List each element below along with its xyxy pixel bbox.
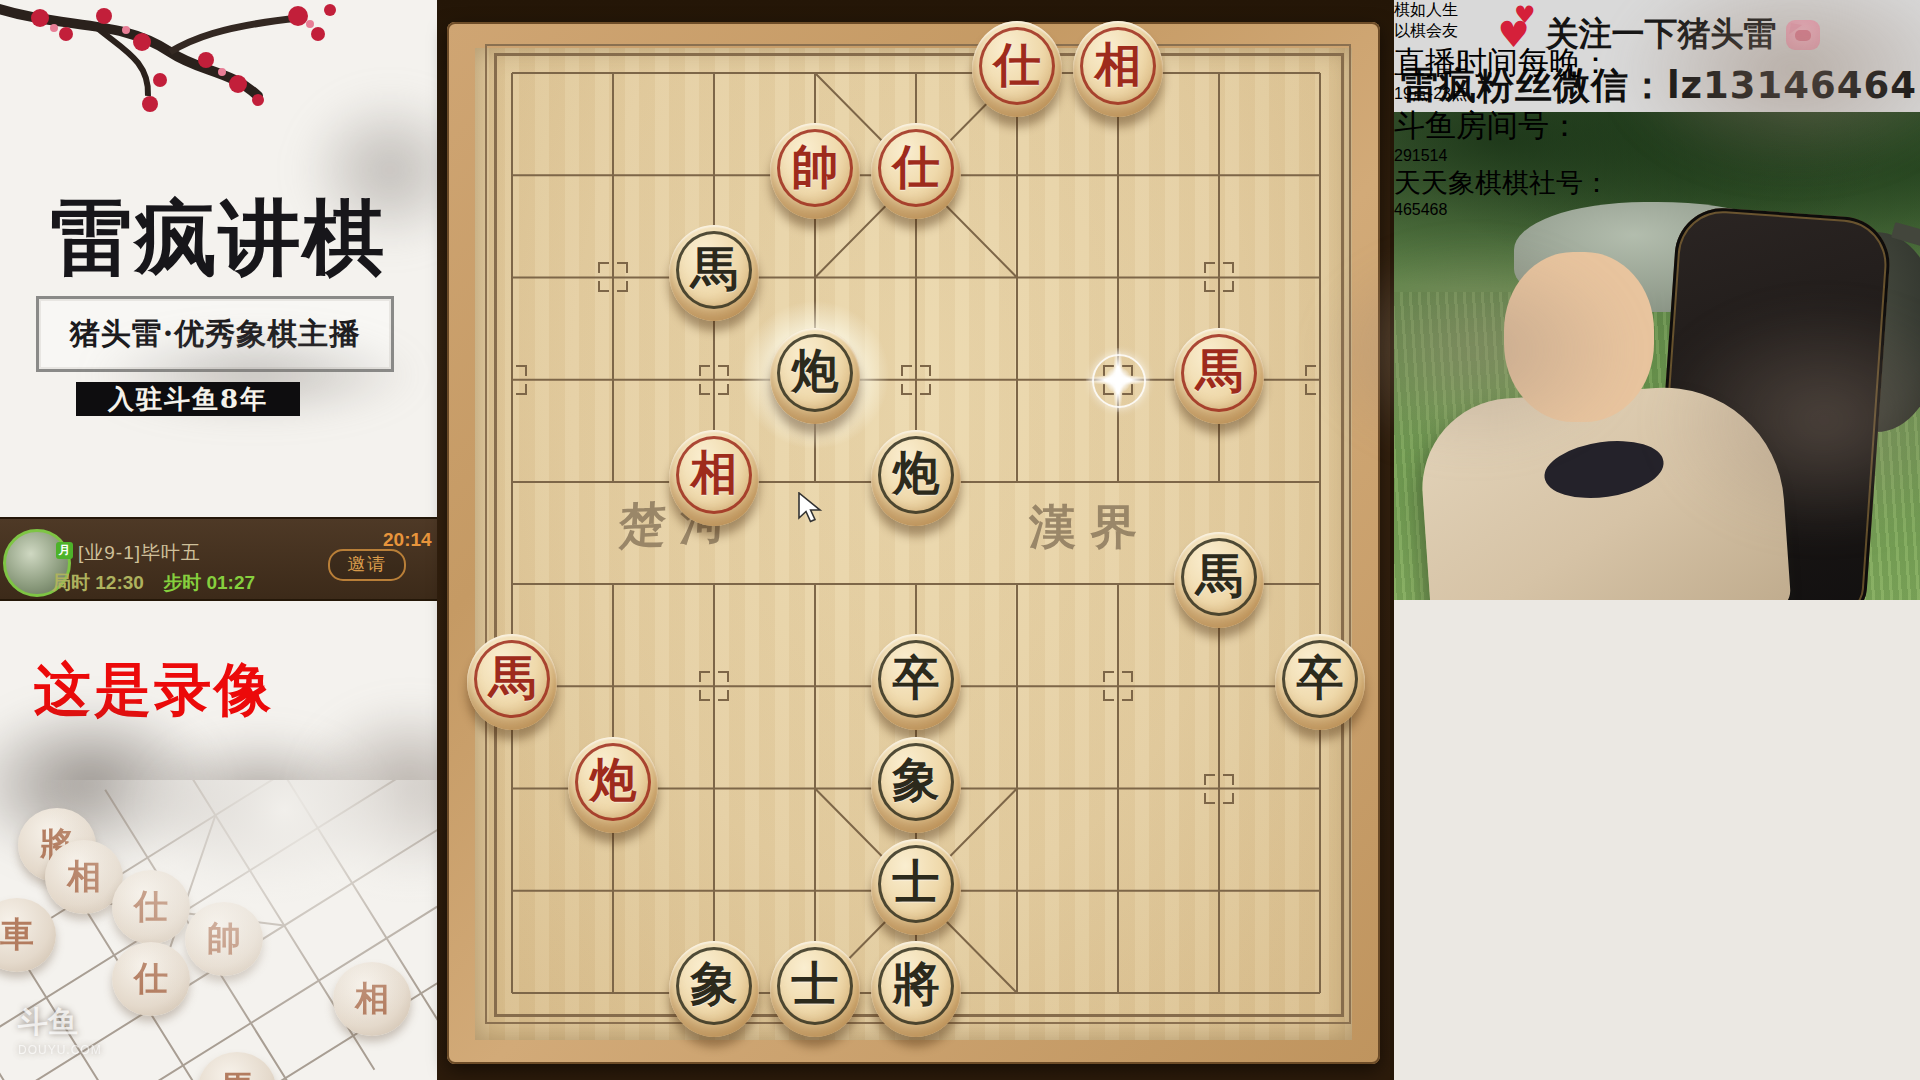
red-piece-帥[interactable]: 帥 — [770, 123, 860, 219]
position-marker — [497, 365, 527, 395]
river-label-han: 漢界 — [1029, 496, 1151, 559]
info-value: 19点-23点 — [1394, 84, 1611, 105]
douyu-watermark-cn: 斗鱼 — [18, 1002, 102, 1043]
black-piece-馬[interactable]: 馬 — [669, 225, 759, 321]
player-name: [业9-1]毕叶五 — [78, 540, 201, 566]
red-piece-炮[interactable]: 炮 — [568, 737, 658, 833]
tenure-banner: 入驻斗鱼8年 — [76, 382, 300, 416]
ink-wash — [1314, 240, 1634, 460]
stream-info-panel: 棋如人生 以棋会友 直播时间每晚： 19点-23点斗鱼房间号： 291514天天… — [1394, 0, 1611, 219]
stream-info-row: 斗鱼房间号： 291514 — [1394, 105, 1611, 165]
black-piece-炮[interactable]: 炮 — [871, 430, 961, 526]
red-piece-仕[interactable]: 仕 — [871, 123, 961, 219]
game-time: 局时 12:30 — [52, 572, 144, 593]
last-move-sparkle-effect — [1078, 340, 1158, 420]
position-marker — [1204, 262, 1234, 292]
stream-info-row: 直播时间每晚： 19点-23点 — [1394, 42, 1611, 105]
black-piece-卒[interactable]: 卒 — [1275, 634, 1365, 730]
move-time: 步时 01:27 — [163, 572, 255, 593]
left-info-panel: 雷疯讲棋 猪头雷·优秀象棋主播 入驻斗鱼8年 月 [业9-1]毕叶五 局时 12… — [0, 0, 437, 1080]
stream-info-row: 天天象棋棋社号： 465468 — [1394, 165, 1611, 219]
black-piece-馬[interactable]: 馬 — [1174, 532, 1264, 628]
douyu-watermark-url: DOUYU.COM — [18, 1043, 102, 1057]
black-piece-將[interactable]: 將 — [871, 941, 961, 1037]
position-marker — [901, 365, 931, 395]
position-marker — [699, 671, 729, 701]
opponent-player-bar: 月 [业9-1]毕叶五 局时 12:30 步时 01:27 20:14 邀请 — [0, 517, 437, 601]
black-piece-士[interactable]: 士 — [871, 839, 961, 935]
mouse-cursor — [797, 492, 827, 526]
info-label: 斗鱼房间号： — [1394, 105, 1611, 147]
right-panel: ♥♥ 关注一下猪头雷 雷疯粉丝微信：lz13146464 棋如人生 以棋会友 直… — [1390, 0, 1920, 1080]
position-marker — [1103, 671, 1133, 701]
red-piece-相[interactable]: 相 — [669, 430, 759, 526]
stream-info-rows: 直播时间每晚： 19点-23点斗鱼房间号： 291514天天象棋棋社号： 465… — [1394, 42, 1611, 219]
channel-title: 雷疯讲棋 — [0, 196, 437, 278]
red-piece-相[interactable]: 相 — [1073, 21, 1163, 117]
black-piece-象[interactable]: 象 — [669, 941, 759, 1037]
stream-screenshot: { "game": "xiangqi", "position": { "orie… — [0, 0, 1920, 1080]
position-marker — [699, 365, 729, 395]
tenure-banner-text: 入驻斗鱼8年 — [108, 382, 268, 417]
motto-line-1: 棋如人生 — [1394, 0, 1611, 21]
invite-button[interactable]: 邀请 — [328, 549, 406, 581]
red-piece-仕[interactable]: 仕 — [972, 21, 1062, 117]
player-timers: 局时 12:30 步时 01:27 — [52, 570, 255, 596]
douyu-watermark: 斗鱼 DOUYU.COM — [18, 1002, 102, 1057]
info-label: 天天象棋棋社号： — [1394, 165, 1611, 201]
red-piece-馬[interactable]: 馬 — [467, 634, 557, 730]
black-piece-炮[interactable]: 炮 — [770, 328, 860, 424]
info-label: 直播时间每晚： — [1394, 42, 1611, 84]
position-marker — [598, 262, 628, 292]
position-marker — [1204, 774, 1234, 804]
black-piece-象[interactable]: 象 — [871, 737, 961, 833]
black-piece-士[interactable]: 士 — [770, 941, 860, 1037]
info-value: 465468 — [1394, 201, 1611, 219]
player-level-badge: 月 — [56, 542, 73, 559]
black-piece-卒[interactable]: 卒 — [871, 634, 961, 730]
info-value: 291514 — [1394, 147, 1611, 165]
wall-clock: 20:14 — [383, 529, 432, 551]
motto-line-2: 以棋会友 — [1394, 21, 1611, 42]
red-piece-馬[interactable]: 馬 — [1174, 328, 1264, 424]
xiangqi-board-panel: 楚河 漢界 仕相帥仕馬炮馬相炮馬馬卒卒炮象士象士將 — [437, 0, 1390, 1080]
